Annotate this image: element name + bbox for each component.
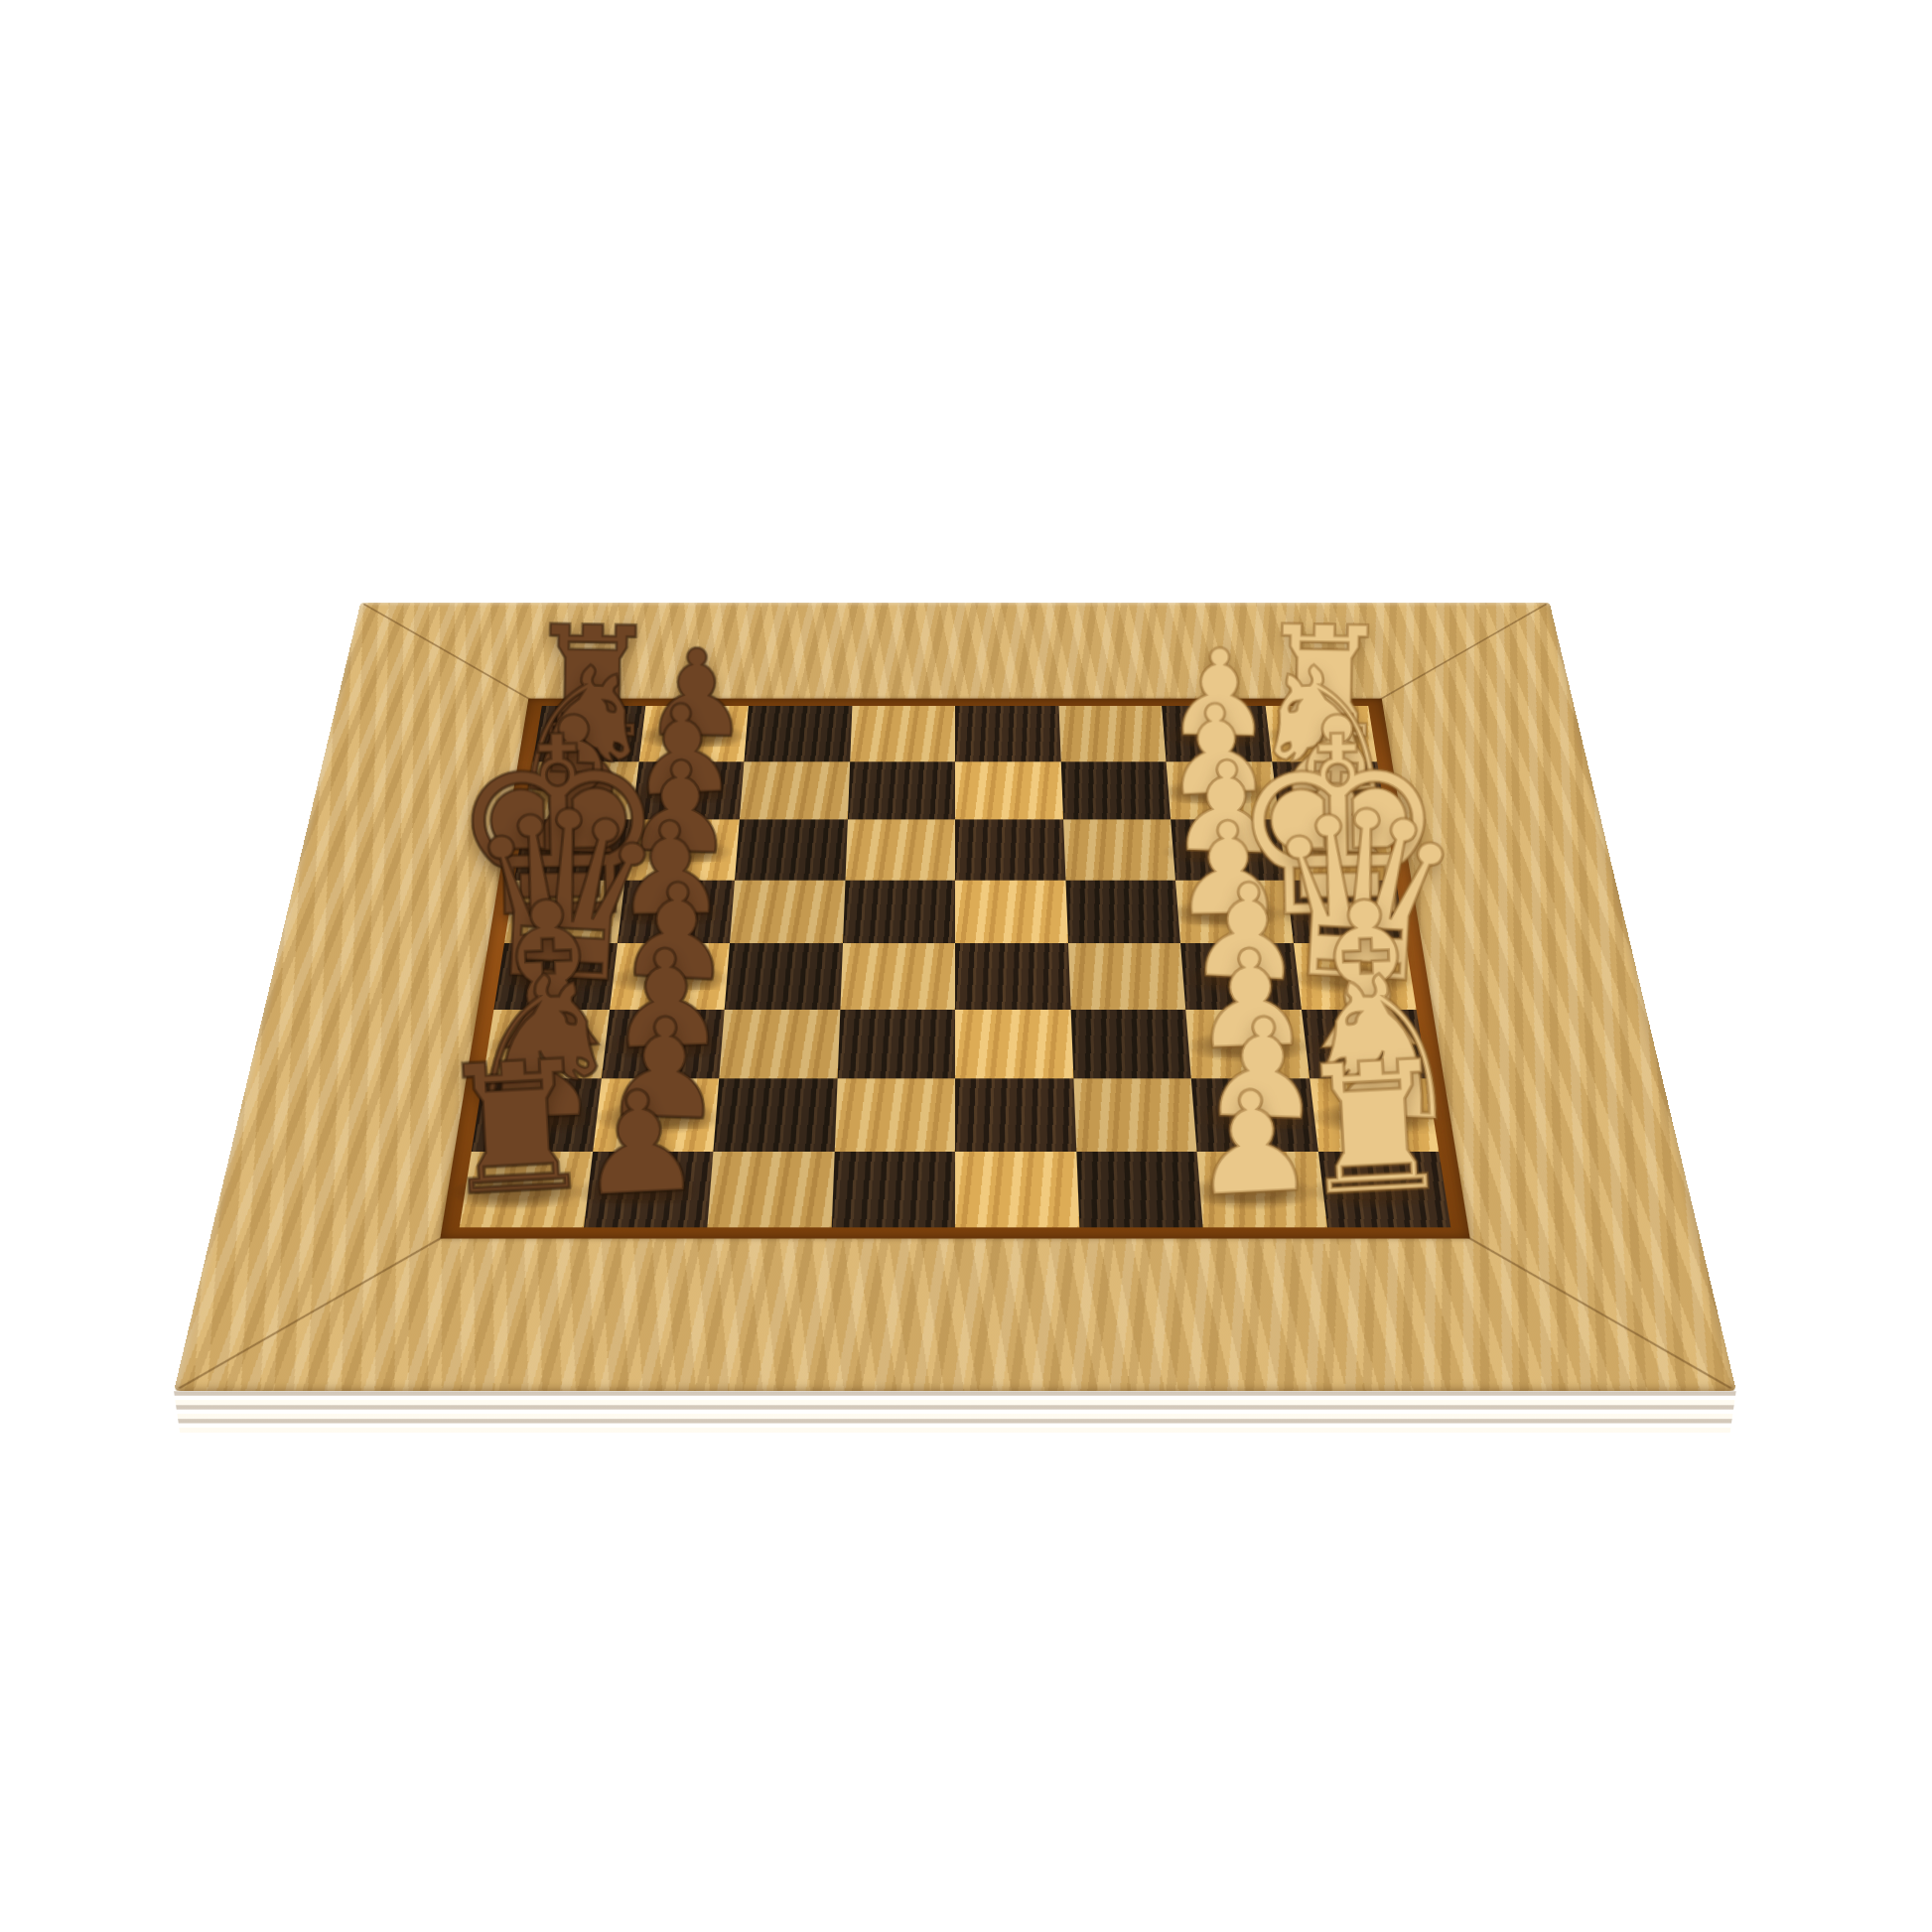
square-e3[interactable]	[1065, 880, 1180, 943]
piece-white-pawn-a2[interactable]: ♟	[1178, 1069, 1324, 1195]
scene: ♜♞♝♛♚♝♞♜♟♟♟♟♟♟♟♟♟♟♟♟♟♟♟♟♜♞♝♛♚♝♞♜	[0, 0, 1932, 1932]
square-g5[interactable]	[847, 761, 955, 819]
square-e6[interactable]	[730, 880, 845, 943]
square-e5[interactable]	[843, 880, 956, 943]
square-g4[interactable]	[955, 761, 1063, 819]
square-g3[interactable]	[1060, 761, 1171, 819]
chessboard: ♜♞♝♛♚♝♞♜♟♟♟♟♟♟♟♟♟♟♟♟♟♟♟♟♜♞♝♛♚♝♞♜	[174, 603, 1736, 1392]
square-h8[interactable]	[533, 706, 645, 761]
square-h7[interactable]	[638, 706, 749, 761]
square-f5[interactable]	[845, 819, 955, 880]
square-f3[interactable]	[1063, 819, 1175, 880]
square-f6[interactable]	[735, 819, 847, 880]
square-f4[interactable]	[955, 819, 1065, 880]
square-h5[interactable]	[850, 706, 955, 761]
square-h6[interactable]	[744, 706, 851, 761]
square-h4[interactable]	[955, 706, 1060, 761]
square-h2[interactable]	[1162, 706, 1272, 761]
square-h1[interactable]	[1265, 706, 1377, 761]
square-e4[interactable]	[955, 880, 1068, 943]
square-h3[interactable]	[1058, 706, 1166, 761]
board-front-edge	[174, 1391, 1736, 1433]
square-g6[interactable]	[740, 761, 850, 819]
piece-black-pawn-a7[interactable]: ♟	[566, 1069, 712, 1195]
